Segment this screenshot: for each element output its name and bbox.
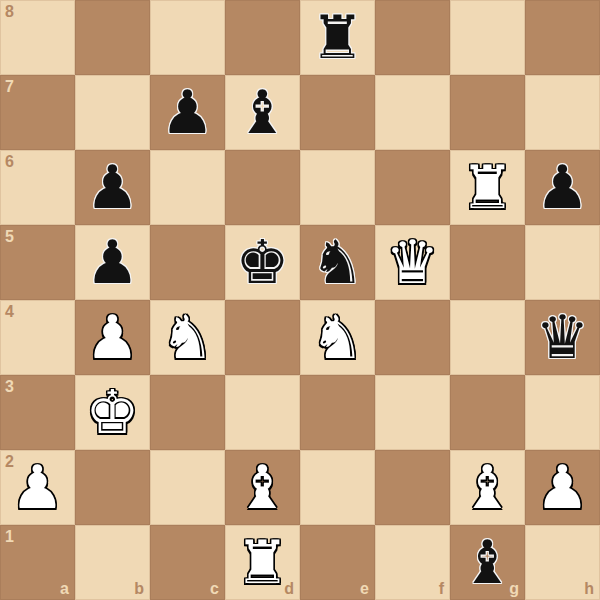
square-g1[interactable]: g♝ [450, 525, 525, 600]
piece-white-queen[interactable]: ♛ [386, 225, 440, 300]
rank-label-5: 5 [5, 229, 14, 245]
square-h5[interactable] [525, 225, 600, 300]
square-h7[interactable] [525, 75, 600, 150]
square-g5[interactable] [450, 225, 525, 300]
piece-white-knight[interactable]: ♞ [161, 300, 215, 375]
piece-white-rook[interactable]: ♜ [236, 525, 290, 600]
square-f4[interactable] [375, 300, 450, 375]
square-h4[interactable]: ♛ [525, 300, 600, 375]
square-b5[interactable]: ♟ [75, 225, 150, 300]
piece-white-bishop[interactable]: ♝ [236, 450, 290, 525]
square-d1[interactable]: d♜ [225, 525, 300, 600]
square-a2[interactable]: 2♟ [0, 450, 75, 525]
square-a3[interactable]: 3 [0, 375, 75, 450]
file-label-e: e [360, 581, 369, 597]
square-d2[interactable]: ♝ [225, 450, 300, 525]
square-c4[interactable]: ♞ [150, 300, 225, 375]
rank-label-4: 4 [5, 304, 14, 320]
piece-black-queen[interactable]: ♛ [536, 300, 590, 375]
file-label-c: c [210, 581, 219, 597]
piece-white-pawn[interactable]: ♟ [536, 450, 590, 525]
rank-label-7: 7 [5, 79, 14, 95]
square-g2[interactable]: ♝ [450, 450, 525, 525]
square-g8[interactable] [450, 0, 525, 75]
square-e4[interactable]: ♞ [300, 300, 375, 375]
square-b3[interactable]: ♚ [75, 375, 150, 450]
square-e1[interactable]: e [300, 525, 375, 600]
piece-white-knight[interactable]: ♞ [311, 300, 365, 375]
piece-black-bishop[interactable]: ♝ [461, 525, 515, 600]
square-h2[interactable]: ♟ [525, 450, 600, 525]
square-g6[interactable]: ♜ [450, 150, 525, 225]
piece-black-knight[interactable]: ♞ [311, 225, 365, 300]
piece-black-pawn[interactable]: ♟ [86, 150, 140, 225]
file-label-h: h [584, 581, 594, 597]
square-c7[interactable]: ♟ [150, 75, 225, 150]
rank-label-3: 3 [5, 379, 14, 395]
square-e6[interactable] [300, 150, 375, 225]
square-e8[interactable]: ♜ [300, 0, 375, 75]
square-e7[interactable] [300, 75, 375, 150]
square-a7[interactable]: 7 [0, 75, 75, 150]
square-d5[interactable]: ♚ [225, 225, 300, 300]
square-a1[interactable]: 1a [0, 525, 75, 600]
piece-white-pawn[interactable]: ♟ [86, 300, 140, 375]
square-d7[interactable]: ♝ [225, 75, 300, 150]
square-a5[interactable]: 5 [0, 225, 75, 300]
square-f6[interactable] [375, 150, 450, 225]
square-c6[interactable] [150, 150, 225, 225]
square-e2[interactable] [300, 450, 375, 525]
square-h8[interactable] [525, 0, 600, 75]
file-label-f: f [439, 581, 444, 597]
piece-black-bishop[interactable]: ♝ [236, 75, 290, 150]
square-a6[interactable]: 6 [0, 150, 75, 225]
square-b8[interactable] [75, 0, 150, 75]
piece-black-king[interactable]: ♚ [236, 225, 290, 300]
square-d3[interactable] [225, 375, 300, 450]
square-f8[interactable] [375, 0, 450, 75]
square-a8[interactable]: 8 [0, 0, 75, 75]
square-d6[interactable] [225, 150, 300, 225]
square-g3[interactable] [450, 375, 525, 450]
square-b2[interactable] [75, 450, 150, 525]
rank-label-6: 6 [5, 154, 14, 170]
square-c8[interactable] [150, 0, 225, 75]
rank-label-8: 8 [5, 4, 14, 20]
square-f1[interactable]: f [375, 525, 450, 600]
square-g4[interactable] [450, 300, 525, 375]
square-c2[interactable] [150, 450, 225, 525]
chess-board: 8♜7♟♝6♟♜♟5♟♚♞♛4♟♞♞♛3♚2♟♝♝♟1abcd♜efg♝h [0, 0, 600, 600]
piece-white-rook[interactable]: ♜ [461, 150, 515, 225]
square-g7[interactable] [450, 75, 525, 150]
square-f2[interactable] [375, 450, 450, 525]
square-c1[interactable]: c [150, 525, 225, 600]
file-label-a: a [60, 581, 69, 597]
square-f3[interactable] [375, 375, 450, 450]
piece-black-pawn[interactable]: ♟ [536, 150, 590, 225]
square-b7[interactable] [75, 75, 150, 150]
piece-black-rook[interactable]: ♜ [311, 0, 365, 75]
square-h1[interactable]: h [525, 525, 600, 600]
square-h3[interactable] [525, 375, 600, 450]
rank-label-1: 1 [5, 529, 14, 545]
piece-black-pawn[interactable]: ♟ [161, 75, 215, 150]
file-label-b: b [134, 581, 144, 597]
square-a4[interactable]: 4 [0, 300, 75, 375]
square-b1[interactable]: b [75, 525, 150, 600]
square-e5[interactable]: ♞ [300, 225, 375, 300]
square-h6[interactable]: ♟ [525, 150, 600, 225]
square-b4[interactable]: ♟ [75, 300, 150, 375]
square-d8[interactable] [225, 0, 300, 75]
piece-white-bishop[interactable]: ♝ [461, 450, 515, 525]
square-f7[interactable] [375, 75, 450, 150]
square-d4[interactable] [225, 300, 300, 375]
piece-black-pawn[interactable]: ♟ [86, 225, 140, 300]
square-e3[interactable] [300, 375, 375, 450]
square-f5[interactable]: ♛ [375, 225, 450, 300]
square-b6[interactable]: ♟ [75, 150, 150, 225]
square-c3[interactable] [150, 375, 225, 450]
piece-white-king[interactable]: ♚ [86, 375, 140, 450]
square-c5[interactable] [150, 225, 225, 300]
piece-white-pawn[interactable]: ♟ [11, 450, 65, 525]
